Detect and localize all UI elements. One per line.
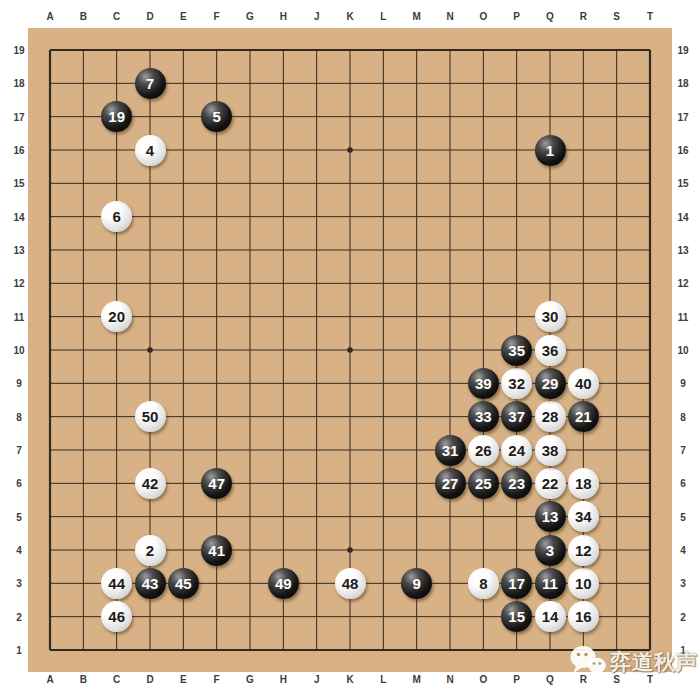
row-label-left-1: 1 xyxy=(16,645,22,656)
stone-white-34-R5: 34 xyxy=(568,501,599,532)
column-label-top-S: S xyxy=(613,11,620,22)
column-label-top-D: D xyxy=(146,11,153,22)
row-label-right-5: 5 xyxy=(680,511,686,522)
go-diagram: AABBCCDDEEFFGGHHJJKKLLMMNNOOPPQQRRSSTT19… xyxy=(0,0,700,700)
row-label-right-19: 19 xyxy=(677,45,688,56)
stone-white-38-Q7: 38 xyxy=(535,435,566,466)
stone-white-40-R9: 40 xyxy=(568,368,599,399)
stone-white-14-Q2: 14 xyxy=(535,601,566,632)
row-label-right-2: 2 xyxy=(680,611,686,622)
stone-black-31-N7: 31 xyxy=(435,435,466,466)
stone-white-28-Q8: 28 xyxy=(535,401,566,432)
row-label-left-18: 18 xyxy=(13,78,24,89)
column-label-top-B: B xyxy=(80,11,87,22)
row-label-right-18: 18 xyxy=(677,78,688,89)
column-label-bottom-E: E xyxy=(180,674,187,685)
row-label-left-15: 15 xyxy=(13,178,24,189)
row-label-left-4: 4 xyxy=(16,545,22,556)
stone-white-48-K3: 48 xyxy=(335,568,366,599)
column-label-top-N: N xyxy=(446,11,453,22)
stone-white-30-Q11: 30 xyxy=(535,301,566,332)
stone-white-4-D16: 4 xyxy=(135,135,166,166)
column-label-top-P: P xyxy=(513,11,520,22)
watermark-text: 弈道秋声 xyxy=(610,648,698,676)
column-label-top-T: T xyxy=(647,11,653,22)
column-label-bottom-J: J xyxy=(314,674,320,685)
row-label-right-12: 12 xyxy=(677,278,688,289)
column-label-top-F: F xyxy=(214,11,220,22)
row-label-left-6: 6 xyxy=(16,478,22,489)
wechat-icon xyxy=(569,644,607,680)
stone-white-8-O3: 8 xyxy=(468,568,499,599)
row-label-right-9: 9 xyxy=(680,378,686,389)
column-label-bottom-F: F xyxy=(214,674,220,685)
column-label-top-E: E xyxy=(180,11,187,22)
column-label-top-A: A xyxy=(46,11,53,22)
row-label-left-17: 17 xyxy=(13,111,24,122)
column-label-bottom-O: O xyxy=(479,674,487,685)
row-label-right-6: 6 xyxy=(680,478,686,489)
column-label-bottom-K: K xyxy=(346,674,353,685)
stone-black-1-Q16: 1 xyxy=(535,135,566,166)
row-label-left-13: 13 xyxy=(13,245,24,256)
stone-white-16-R2: 16 xyxy=(568,601,599,632)
star-point-D10 xyxy=(147,347,153,353)
row-label-right-15: 15 xyxy=(677,178,688,189)
stone-black-41-F4: 41 xyxy=(201,535,232,566)
stone-white-50-D8: 50 xyxy=(135,401,166,432)
column-label-top-Q: Q xyxy=(546,11,554,22)
column-label-top-H: H xyxy=(280,11,287,22)
row-label-left-9: 9 xyxy=(16,378,22,389)
row-label-left-12: 12 xyxy=(13,278,24,289)
stone-black-43-D3: 43 xyxy=(135,568,166,599)
column-label-bottom-Q: Q xyxy=(546,674,554,685)
stone-white-26-O7: 26 xyxy=(468,435,499,466)
row-label-left-10: 10 xyxy=(13,345,24,356)
stone-black-27-N6: 27 xyxy=(435,468,466,499)
stone-black-17-P3: 17 xyxy=(501,568,532,599)
row-label-left-19: 19 xyxy=(13,45,24,56)
column-label-top-R: R xyxy=(580,11,587,22)
row-label-left-5: 5 xyxy=(16,511,22,522)
column-label-top-G: G xyxy=(246,11,254,22)
row-label-right-14: 14 xyxy=(677,211,688,222)
column-label-bottom-A: A xyxy=(46,674,53,685)
stone-black-25-O6: 25 xyxy=(468,468,499,499)
row-label-right-17: 17 xyxy=(677,111,688,122)
go-board: 1234567891011121314151617181920212223242… xyxy=(28,28,672,672)
column-label-bottom-G: G xyxy=(246,674,254,685)
column-label-bottom-B: B xyxy=(80,674,87,685)
row-label-right-3: 3 xyxy=(680,578,686,589)
stone-black-11-Q3: 11 xyxy=(535,568,566,599)
stone-white-36-Q10: 36 xyxy=(535,335,566,366)
column-label-top-O: O xyxy=(479,11,487,22)
column-label-bottom-P: P xyxy=(513,674,520,685)
stone-white-22-Q6: 22 xyxy=(535,468,566,499)
stone-white-10-R3: 10 xyxy=(568,568,599,599)
watermark: 弈道秋声 xyxy=(569,644,698,680)
stone-white-18-R6: 18 xyxy=(568,468,599,499)
stone-black-7-D18: 7 xyxy=(135,68,166,99)
stone-black-39-O9: 39 xyxy=(468,368,499,399)
column-label-top-J: J xyxy=(314,11,320,22)
stone-black-23-P6: 23 xyxy=(501,468,532,499)
column-label-bottom-H: H xyxy=(280,674,287,685)
star-point-K16 xyxy=(347,147,353,153)
stone-black-21-R8: 21 xyxy=(568,401,599,432)
row-label-right-11: 11 xyxy=(678,311,689,322)
column-label-top-K: K xyxy=(346,11,353,22)
column-label-top-M: M xyxy=(412,11,420,22)
column-label-bottom-C: C xyxy=(113,674,120,685)
stone-white-2-D4: 2 xyxy=(135,535,166,566)
stone-black-13-Q5: 13 xyxy=(535,501,566,532)
row-label-right-13: 13 xyxy=(677,245,688,256)
row-label-right-8: 8 xyxy=(680,411,686,422)
column-label-bottom-L: L xyxy=(380,674,386,685)
stone-black-33-O8: 33 xyxy=(468,401,499,432)
column-label-bottom-D: D xyxy=(146,674,153,685)
row-label-left-7: 7 xyxy=(16,445,22,456)
row-label-right-7: 7 xyxy=(680,445,686,456)
row-label-right-16: 16 xyxy=(677,145,688,156)
star-point-K10 xyxy=(347,347,353,353)
row-label-left-16: 16 xyxy=(13,145,24,156)
stone-black-29-Q9: 29 xyxy=(535,368,566,399)
stone-black-3-Q4: 3 xyxy=(535,535,566,566)
stone-black-9-M3: 9 xyxy=(401,568,432,599)
row-label-left-8: 8 xyxy=(16,411,22,422)
column-label-top-L: L xyxy=(380,11,386,22)
column-label-top-C: C xyxy=(113,11,120,22)
stone-black-45-E3: 45 xyxy=(168,568,199,599)
stone-white-44-C3: 44 xyxy=(101,568,132,599)
stone-black-47-F6: 47 xyxy=(201,468,232,499)
row-label-left-2: 2 xyxy=(16,611,22,622)
stone-white-12-R4: 12 xyxy=(568,535,599,566)
stone-black-49-H3: 49 xyxy=(268,568,299,599)
row-label-right-10: 10 xyxy=(677,345,688,356)
row-label-right-4: 4 xyxy=(680,545,686,556)
row-label-left-11: 11 xyxy=(14,311,25,322)
column-label-bottom-M: M xyxy=(412,674,420,685)
star-point-K4 xyxy=(347,547,353,553)
stone-white-32-P9: 32 xyxy=(501,368,532,399)
stone-white-42-D6: 42 xyxy=(135,468,166,499)
row-label-left-14: 14 xyxy=(13,211,24,222)
stone-white-24-P7: 24 xyxy=(501,435,532,466)
stone-black-35-P10: 35 xyxy=(501,335,532,366)
column-label-bottom-N: N xyxy=(446,674,453,685)
row-label-left-3: 3 xyxy=(16,578,22,589)
